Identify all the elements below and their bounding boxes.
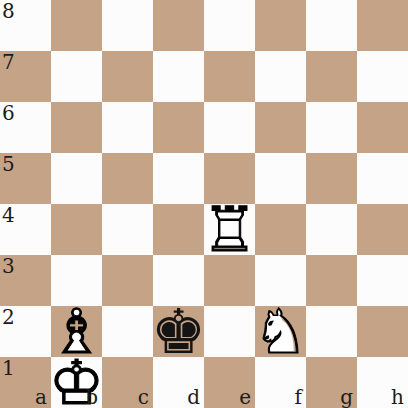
square-c4[interactable] <box>102 204 153 255</box>
square-g8[interactable] <box>306 0 357 51</box>
square-a5[interactable] <box>0 153 51 204</box>
square-c6[interactable] <box>102 102 153 153</box>
square-d2[interactable]: ♚ <box>153 306 204 357</box>
square-b1[interactable]: ♚♔ <box>51 357 102 408</box>
piece-white-rook[interactable]: ♜♖ <box>204 204 255 255</box>
square-f7[interactable] <box>255 51 306 102</box>
square-c7[interactable] <box>102 51 153 102</box>
square-a1[interactable] <box>0 357 51 408</box>
square-b5[interactable] <box>51 153 102 204</box>
square-h7[interactable] <box>357 51 408 102</box>
square-d1[interactable] <box>153 357 204 408</box>
square-h1[interactable] <box>357 357 408 408</box>
square-a6[interactable] <box>0 102 51 153</box>
square-g4[interactable] <box>306 204 357 255</box>
square-c8[interactable] <box>102 0 153 51</box>
square-f2[interactable]: ♞♘ <box>255 306 306 357</box>
square-a2[interactable] <box>0 306 51 357</box>
piece-white-knight[interactable]: ♞♘ <box>255 306 306 357</box>
square-e3[interactable] <box>204 255 255 306</box>
square-e4[interactable]: ♜♖ <box>204 204 255 255</box>
square-e8[interactable] <box>204 0 255 51</box>
square-a4[interactable] <box>0 204 51 255</box>
square-a7[interactable] <box>0 51 51 102</box>
square-h5[interactable] <box>357 153 408 204</box>
white-king-outline: ♔ <box>51 357 102 408</box>
square-g5[interactable] <box>306 153 357 204</box>
square-h2[interactable] <box>357 306 408 357</box>
square-h6[interactable] <box>357 102 408 153</box>
square-b4[interactable] <box>51 204 102 255</box>
square-c3[interactable] <box>102 255 153 306</box>
square-f1[interactable] <box>255 357 306 408</box>
piece-black-king[interactable]: ♚ <box>153 306 204 357</box>
square-d5[interactable] <box>153 153 204 204</box>
chess-board: ♜♖♝♗♚♞♘♚♔12345678abcdefgh <box>0 0 408 408</box>
square-h3[interactable] <box>357 255 408 306</box>
square-b7[interactable] <box>51 51 102 102</box>
square-d6[interactable] <box>153 102 204 153</box>
square-f4[interactable] <box>255 204 306 255</box>
square-g6[interactable] <box>306 102 357 153</box>
square-f5[interactable] <box>255 153 306 204</box>
square-h8[interactable] <box>357 0 408 51</box>
black-king-glyph: ♚ <box>153 306 204 357</box>
square-d4[interactable] <box>153 204 204 255</box>
square-g3[interactable] <box>306 255 357 306</box>
square-e2[interactable] <box>204 306 255 357</box>
square-g2[interactable] <box>306 306 357 357</box>
square-f8[interactable] <box>255 0 306 51</box>
square-e7[interactable] <box>204 51 255 102</box>
piece-white-king[interactable]: ♚♔ <box>51 357 102 408</box>
square-b6[interactable] <box>51 102 102 153</box>
square-d7[interactable] <box>153 51 204 102</box>
square-f6[interactable] <box>255 102 306 153</box>
square-g7[interactable] <box>306 51 357 102</box>
square-c1[interactable] <box>102 357 153 408</box>
square-c2[interactable] <box>102 306 153 357</box>
white-rook-outline: ♖ <box>204 204 255 255</box>
square-h4[interactable] <box>357 204 408 255</box>
square-c5[interactable] <box>102 153 153 204</box>
square-d8[interactable] <box>153 0 204 51</box>
white-knight-outline: ♘ <box>255 306 306 357</box>
square-e1[interactable] <box>204 357 255 408</box>
square-b8[interactable] <box>51 0 102 51</box>
square-e6[interactable] <box>204 102 255 153</box>
square-g1[interactable] <box>306 357 357 408</box>
square-a8[interactable] <box>0 0 51 51</box>
square-a3[interactable] <box>0 255 51 306</box>
